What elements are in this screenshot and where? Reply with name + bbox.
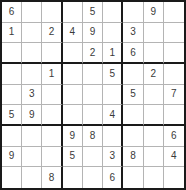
cell-r5c8[interactable] (144, 85, 164, 106)
cell-r8c9: 4 (164, 147, 184, 168)
cell-r8c6: 3 (103, 147, 123, 168)
cell-r4c5[interactable] (83, 64, 103, 85)
cell-r1c3[interactable] (42, 2, 62, 23)
cell-r2c7: 3 (123, 23, 143, 44)
cell-r4c4[interactable] (63, 64, 83, 85)
cell-r5c7: 5 (123, 85, 143, 106)
cell-r4c6: 5 (103, 64, 123, 85)
cell-r2c3: 2 (42, 23, 62, 44)
cell-r9c5[interactable] (83, 167, 103, 188)
cell-r8c7: 8 (123, 147, 143, 168)
cell-r8c4: 5 (63, 147, 83, 168)
cell-r6c4[interactable] (63, 105, 83, 126)
cell-r1c6[interactable] (103, 2, 123, 23)
cell-r6c8[interactable] (144, 105, 164, 126)
cell-r5c4[interactable] (63, 85, 83, 106)
cell-r6c6: 4 (103, 105, 123, 126)
cell-r1c7[interactable] (123, 2, 143, 23)
cell-r4c2[interactable] (22, 64, 42, 85)
cell-r7c1[interactable] (2, 126, 22, 147)
cell-r8c8[interactable] (144, 147, 164, 168)
cell-r7c6[interactable] (103, 126, 123, 147)
cell-r5c1[interactable] (2, 85, 22, 106)
cell-r4c7[interactable] (123, 64, 143, 85)
cell-r8c2[interactable] (22, 147, 42, 168)
cell-r2c1: 1 (2, 23, 22, 44)
cell-r3c6: 1 (103, 43, 123, 64)
cell-r8c1: 9 (2, 147, 22, 168)
cell-r9c8[interactable] (144, 167, 164, 188)
cell-r2c6[interactable] (103, 23, 123, 44)
cell-r9c3: 8 (42, 167, 62, 188)
cell-r3c5: 2 (83, 43, 103, 64)
cell-r2c8[interactable] (144, 23, 164, 44)
cell-r5c2: 3 (22, 85, 42, 106)
cell-r1c9[interactable] (164, 2, 184, 23)
cell-r7c4: 9 (63, 126, 83, 147)
cell-r3c2[interactable] (22, 43, 42, 64)
cell-r4c1[interactable] (2, 64, 22, 85)
cell-r9c1[interactable] (2, 167, 22, 188)
cell-r9c4[interactable] (63, 167, 83, 188)
cell-r3c8[interactable] (144, 43, 164, 64)
cell-r2c5: 9 (83, 23, 103, 44)
cell-r1c4[interactable] (63, 2, 83, 23)
cell-r5c9: 7 (164, 85, 184, 106)
cell-r6c7[interactable] (123, 105, 143, 126)
cell-r3c3[interactable] (42, 43, 62, 64)
cell-r6c9[interactable] (164, 105, 184, 126)
cell-r2c2[interactable] (22, 23, 42, 44)
cell-r4c8: 2 (144, 64, 164, 85)
cell-r4c3: 1 (42, 64, 62, 85)
cell-r4c9[interactable] (164, 64, 184, 85)
cell-r8c3[interactable] (42, 147, 62, 168)
cell-r6c5[interactable] (83, 105, 103, 126)
cell-r9c7[interactable] (123, 167, 143, 188)
cell-r7c8[interactable] (144, 126, 164, 147)
cell-r6c3[interactable] (42, 105, 62, 126)
cell-r1c5: 5 (83, 2, 103, 23)
cell-r3c7: 6 (123, 43, 143, 64)
cell-r5c3[interactable] (42, 85, 62, 106)
cell-r9c6: 6 (103, 167, 123, 188)
cell-r3c1[interactable] (2, 43, 22, 64)
cell-r1c2[interactable] (22, 2, 42, 23)
cell-r3c9[interactable] (164, 43, 184, 64)
cell-r7c5: 8 (83, 126, 103, 147)
cell-r9c2[interactable] (22, 167, 42, 188)
cell-r8c5[interactable] (83, 147, 103, 168)
cell-r7c7[interactable] (123, 126, 143, 147)
cell-r6c1: 5 (2, 105, 22, 126)
cell-r9c9[interactable] (164, 167, 184, 188)
cell-r3c4[interactable] (63, 43, 83, 64)
cell-r7c9: 6 (164, 126, 184, 147)
cell-r7c2[interactable] (22, 126, 42, 147)
sudoku-board: 659124932161523575949869538486 (0, 0, 186, 190)
cell-r1c1: 6 (2, 2, 22, 23)
cell-r6c2: 9 (22, 105, 42, 126)
cell-r1c8: 9 (144, 2, 164, 23)
cell-r2c9[interactable] (164, 23, 184, 44)
cell-r2c4: 4 (63, 23, 83, 44)
cell-r5c5[interactable] (83, 85, 103, 106)
cell-r7c3[interactable] (42, 126, 62, 147)
cell-r5c6[interactable] (103, 85, 123, 106)
